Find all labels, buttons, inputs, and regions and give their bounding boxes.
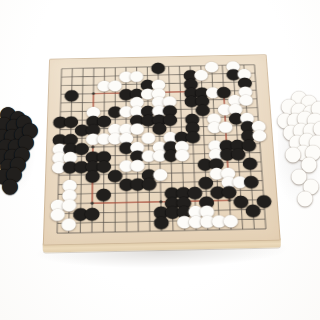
table-surface: ●●●●●●●●●●●●●●●●●●●●●●●●●●●●●●●●●●●●●●●●…: [0, 0, 320, 320]
black-stone[interactable]: ●: [244, 175, 258, 187]
black-stone[interactable]: ●: [154, 215, 168, 227]
black-stone[interactable]: ●: [246, 204, 261, 216]
black-stone[interactable]: ●: [65, 89, 78, 100]
tray-black-stone[interactable]: ●: [3, 178, 17, 192]
white-stone[interactable]: ●: [219, 121, 233, 132]
black-stone[interactable]: ●: [97, 188, 111, 200]
black-stone[interactable]: ●: [142, 177, 156, 189]
white-stone[interactable]: ●: [223, 214, 237, 226]
go-board[interactable]: ●●●●●●●●●●●●●●●●●●●●●●●●●●●●●●●●●●●●●●●●…: [43, 54, 281, 245]
white-stone[interactable]: ●: [62, 217, 76, 229]
black-stone[interactable]: ●: [243, 156, 257, 167]
black-stone[interactable]: ●: [152, 61, 165, 71]
black-stone[interactable]: ●: [86, 169, 100, 181]
tray-white-stone[interactable]: ●: [286, 146, 300, 160]
white-stone[interactable]: ●: [175, 149, 189, 160]
star-point: [92, 92, 95, 95]
black-stone[interactable]: ●: [85, 207, 99, 219]
tray-white-stone[interactable]: ●: [298, 190, 312, 204]
